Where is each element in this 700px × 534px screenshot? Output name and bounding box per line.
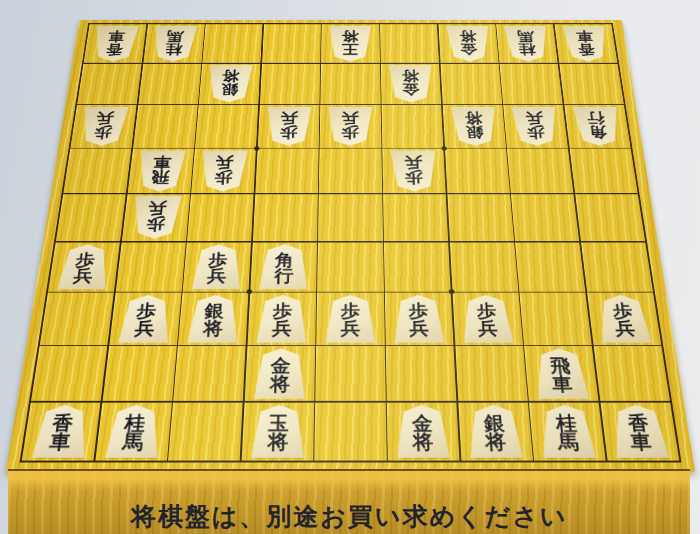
piece-8i-sente[interactable]: 桂馬 [104, 405, 163, 458]
piece-kanji: 桂馬 [164, 30, 184, 58]
square-5g[interactable]: 歩兵 [317, 293, 385, 345]
piece-8a-gote[interactable]: 桂馬 [151, 26, 198, 61]
square-5a[interactable]: 王将 [321, 24, 379, 63]
piece-kanji: 歩兵 [476, 300, 498, 337]
piece-kanji: 歩兵 [342, 111, 360, 141]
square-7c[interactable] [195, 105, 258, 147]
square-8f[interactable] [115, 242, 185, 291]
square-6a[interactable] [262, 24, 321, 63]
square-2c[interactable]: 歩兵 [503, 105, 568, 147]
piece-8g-sente[interactable]: 歩兵 [118, 295, 173, 343]
piece-1a-gote[interactable]: 香車 [562, 26, 610, 61]
square-3g[interactable]: 歩兵 [452, 293, 523, 345]
piece-kanji: 香車 [48, 411, 74, 453]
square-4a[interactable] [380, 24, 439, 63]
square-8e[interactable]: 歩兵 [122, 194, 190, 241]
piece-2i-sente[interactable]: 桂馬 [538, 405, 597, 458]
square-8h[interactable] [102, 346, 176, 401]
board-front-caption: 将棋盤は、別途お買い求めください [8, 500, 690, 533]
square-7h[interactable] [173, 346, 246, 401]
square-5c[interactable]: 歩兵 [320, 105, 381, 147]
square-2i[interactable]: 桂馬 [529, 402, 606, 460]
piece-2h-sente[interactable]: 飛車 [533, 348, 590, 398]
piece-kanji: 飛車 [150, 155, 171, 187]
square-3d[interactable] [445, 149, 510, 194]
square-4c[interactable] [382, 105, 444, 147]
square-6c[interactable]: 歩兵 [258, 105, 320, 147]
piece-kanji: 桂馬 [555, 411, 580, 453]
piece-4d-gote[interactable]: 歩兵 [390, 150, 438, 191]
piece-kanji: 歩兵 [134, 300, 157, 337]
piece-5a-gote[interactable]: 王将 [329, 26, 373, 61]
piece-kanji: 銀将 [464, 111, 484, 141]
square-4e[interactable] [383, 194, 448, 241]
square-8g[interactable]: 歩兵 [109, 293, 181, 345]
square-4f[interactable] [384, 242, 451, 291]
piece-kanji: 金将 [269, 354, 290, 393]
piece-kanji: 銀将 [220, 69, 239, 98]
square-5b[interactable] [321, 64, 381, 104]
square-9c[interactable]: 歩兵 [70, 105, 136, 147]
square-6e[interactable] [253, 194, 318, 241]
piece-kanji: 王将 [342, 30, 359, 58]
square-6f[interactable]: 角行 [250, 242, 317, 291]
square-4g[interactable]: 歩兵 [385, 293, 454, 345]
piece-4i-sente[interactable]: 金将 [396, 405, 451, 458]
square-1d[interactable] [570, 149, 638, 194]
piece-kanji: 金将 [412, 411, 434, 453]
piece-kanji: 桂馬 [517, 30, 537, 58]
piece-6h-sente[interactable]: 金将 [253, 348, 306, 398]
square-1c[interactable]: 角行 [564, 105, 630, 147]
piece-7g-sente[interactable]: 銀将 [187, 295, 240, 343]
square-1g[interactable]: 歩兵 [587, 293, 661, 345]
square-8d[interactable]: 飛車 [127, 149, 194, 194]
square-7b[interactable]: 銀将 [199, 64, 261, 104]
square-1e[interactable] [575, 194, 645, 241]
piece-kanji: 玉将 [267, 411, 289, 453]
piece-6f-sente[interactable]: 角行 [259, 244, 309, 289]
piece-9c-gote[interactable]: 歩兵 [78, 107, 129, 146]
square-1f[interactable] [581, 242, 653, 291]
piece-8e-gote[interactable]: 歩兵 [130, 196, 182, 239]
piece-kanji: 歩兵 [207, 249, 228, 284]
square-9h[interactable] [31, 346, 107, 401]
piece-kanji: 金将 [402, 69, 420, 98]
square-2f[interactable] [515, 242, 585, 291]
piece-kanji: 歩兵 [145, 201, 167, 234]
square-4h[interactable] [386, 346, 457, 401]
piece-kanji: 香車 [575, 30, 596, 58]
square-9g[interactable] [40, 293, 114, 345]
piece-kanji: 銀将 [203, 300, 225, 337]
square-5f[interactable] [317, 242, 383, 291]
piece-3i-sente[interactable]: 銀将 [467, 405, 524, 458]
shogi-board: 香車桂馬王将金将桂馬香車銀将金将歩兵歩兵歩兵銀将歩兵角行飛車歩兵歩兵歩兵歩兵歩兵… [6, 20, 695, 472]
square-3h[interactable] [455, 346, 528, 401]
piece-kanji: 歩兵 [404, 155, 423, 187]
square-7i[interactable] [168, 402, 243, 460]
square-3b[interactable] [440, 64, 502, 104]
piece-1c-gote[interactable]: 角行 [572, 107, 623, 146]
piece-1g-sente[interactable]: 歩兵 [596, 295, 653, 343]
board-grid[interactable]: 香車桂馬王将金将桂馬香車銀将金将歩兵歩兵歩兵銀将歩兵角行飛車歩兵歩兵歩兵歩兵歩兵… [19, 23, 681, 462]
piece-5g-sente[interactable]: 歩兵 [325, 295, 376, 343]
square-4i[interactable]: 金将 [387, 402, 460, 460]
square-5e[interactable] [318, 194, 382, 241]
piece-7b-gote[interactable]: 銀将 [207, 65, 254, 102]
square-6d[interactable] [255, 149, 318, 194]
square-7e[interactable] [187, 194, 254, 241]
square-7g[interactable]: 銀将 [178, 293, 249, 345]
piece-kanji: 飛車 [549, 354, 573, 393]
square-9b[interactable] [77, 64, 142, 104]
piece-kanji: 歩兵 [341, 300, 361, 337]
square-7a[interactable] [202, 24, 262, 63]
square-5i[interactable] [315, 402, 387, 460]
piece-2c-gote[interactable]: 歩兵 [511, 107, 560, 146]
piece-7d-gote[interactable]: 歩兵 [199, 150, 248, 191]
piece-kanji: 歩兵 [72, 249, 96, 284]
piece-kanji: 歩兵 [279, 111, 298, 141]
piece-kanji: 角行 [586, 111, 608, 141]
piece-kanji: 歩兵 [272, 300, 293, 337]
piece-kanji: 角行 [274, 249, 294, 284]
square-9d[interactable] [63, 149, 131, 194]
square-7f[interactable]: 歩兵 [183, 242, 252, 291]
piece-kanji: 歩兵 [525, 111, 546, 141]
square-8a[interactable]: 桂馬 [143, 24, 205, 63]
square-7d[interactable]: 歩兵 [191, 149, 256, 194]
piece-kanji: 歩兵 [611, 300, 636, 337]
square-8b[interactable] [138, 64, 201, 104]
square-5h[interactable] [316, 346, 386, 401]
piece-3c-gote[interactable]: 銀将 [450, 107, 498, 146]
square-8i[interactable]: 桂馬 [95, 402, 172, 460]
square-6h[interactable]: 金将 [244, 346, 315, 401]
square-2g[interactable] [520, 293, 592, 345]
square-8c[interactable] [133, 105, 198, 147]
piece-6g-sente[interactable]: 歩兵 [256, 295, 308, 343]
square-9i[interactable]: 香車 [22, 402, 101, 460]
square-1i[interactable]: 香車 [600, 402, 679, 460]
square-3i[interactable]: 銀将 [458, 402, 533, 460]
square-3c[interactable]: 銀将 [442, 105, 505, 147]
piece-8d-gote[interactable]: 飛車 [135, 150, 186, 191]
piece-3a-gote[interactable]: 金将 [445, 26, 491, 61]
square-5d[interactable] [319, 149, 382, 194]
piece-kanji: 香車 [626, 411, 652, 453]
square-3a[interactable]: 金将 [438, 24, 498, 63]
piece-kanji: 桂馬 [121, 411, 146, 453]
square-2d[interactable] [507, 149, 574, 194]
piece-2a-gote[interactable]: 桂馬 [504, 26, 551, 61]
square-2h[interactable]: 飛車 [524, 346, 598, 401]
piece-9a-gote[interactable]: 香車 [91, 26, 139, 61]
square-6b[interactable] [260, 64, 320, 104]
square-9a[interactable]: 香車 [84, 24, 147, 63]
square-4b[interactable]: 金将 [381, 64, 441, 104]
piece-6c-gote[interactable]: 歩兵 [265, 107, 312, 146]
piece-6i-sente[interactable]: 玉将 [251, 405, 306, 458]
piece-9i-sente[interactable]: 香車 [31, 405, 91, 458]
piece-kanji: 歩兵 [408, 300, 429, 337]
square-3f[interactable] [450, 242, 519, 291]
piece-3g-sente[interactable]: 歩兵 [461, 295, 514, 343]
piece-kanji: 香車 [105, 30, 126, 58]
piece-kanji: 金将 [459, 30, 478, 58]
square-1a[interactable]: 香車 [554, 24, 617, 63]
square-9e[interactable] [56, 194, 126, 241]
square-4d[interactable]: 歩兵 [382, 149, 445, 194]
square-2b[interactable] [500, 64, 563, 104]
square-3e[interactable] [447, 194, 514, 241]
piece-4g-sente[interactable]: 歩兵 [393, 295, 445, 343]
piece-kanji: 銀将 [483, 411, 506, 453]
square-2e[interactable] [511, 194, 579, 241]
piece-7f-sente[interactable]: 歩兵 [191, 244, 243, 289]
square-1b[interactable] [559, 64, 624, 104]
piece-9f-sente[interactable]: 歩兵 [57, 244, 112, 289]
board-front-face: 将棋盤は、別途お買い求めください [8, 469, 690, 534]
piece-kanji: 歩兵 [93, 111, 115, 141]
piece-4b-gote[interactable]: 金将 [388, 65, 433, 102]
square-6i[interactable]: 玉将 [241, 402, 314, 460]
square-9f[interactable]: 歩兵 [48, 242, 120, 291]
square-6g[interactable]: 歩兵 [247, 293, 316, 345]
photo-scene: 香車桂馬王将金将桂馬香車銀将金将歩兵歩兵歩兵銀将歩兵角行飛車歩兵歩兵歩兵歩兵歩兵… [0, 0, 700, 534]
piece-kanji: 歩兵 [214, 155, 234, 187]
piece-1i-sente[interactable]: 香車 [609, 405, 669, 458]
piece-5c-gote[interactable]: 歩兵 [328, 107, 374, 146]
square-1h[interactable] [594, 346, 670, 401]
square-2a[interactable]: 桂馬 [496, 24, 558, 63]
